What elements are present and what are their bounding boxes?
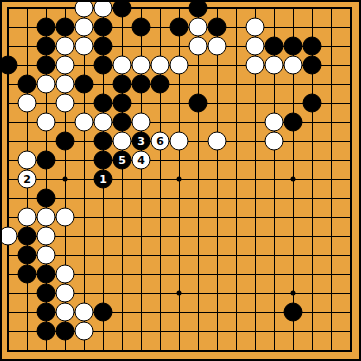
black-stone xyxy=(94,151,113,170)
white-stone xyxy=(56,303,75,322)
black-stone xyxy=(94,94,113,113)
grid-line-vertical xyxy=(236,8,237,351)
white-stone xyxy=(56,265,75,284)
black-stone xyxy=(94,303,113,322)
white-stone xyxy=(37,208,56,227)
black-stone-move-5: 5 xyxy=(113,151,132,170)
white-stone xyxy=(37,75,56,94)
white-stone xyxy=(18,208,37,227)
white-stone xyxy=(151,56,170,75)
black-stone xyxy=(170,18,189,37)
white-stone xyxy=(56,56,75,75)
black-stone xyxy=(37,56,56,75)
black-stone xyxy=(37,37,56,56)
black-stone xyxy=(303,37,322,56)
grid-line-horizontal xyxy=(8,255,351,256)
grid-line-vertical xyxy=(331,8,332,351)
white-stone xyxy=(94,113,113,132)
black-stone xyxy=(151,75,170,94)
black-stone xyxy=(94,37,113,56)
white-stone xyxy=(246,18,265,37)
black-stone xyxy=(208,18,227,37)
white-stone-move-4: 4 xyxy=(132,151,151,170)
black-stone xyxy=(284,37,303,56)
black-stone xyxy=(113,75,132,94)
white-stone xyxy=(189,37,208,56)
black-stone xyxy=(37,322,56,341)
black-stone xyxy=(37,303,56,322)
black-stone xyxy=(113,113,132,132)
white-stone xyxy=(75,37,94,56)
black-stone-move-3: 3 xyxy=(132,132,151,151)
white-stone xyxy=(265,113,284,132)
black-stone xyxy=(56,132,75,151)
white-stone xyxy=(56,37,75,56)
white-stone xyxy=(246,56,265,75)
black-stone xyxy=(94,132,113,151)
black-stone xyxy=(56,18,75,37)
black-stone xyxy=(94,18,113,37)
white-stone xyxy=(37,227,56,246)
white-stone xyxy=(132,56,151,75)
white-stone xyxy=(265,56,284,75)
white-stone xyxy=(75,322,94,341)
white-stone xyxy=(284,56,303,75)
white-stone xyxy=(56,75,75,94)
grid-line-horizontal xyxy=(8,198,351,199)
star-point xyxy=(177,177,182,182)
white-stone xyxy=(75,113,94,132)
white-stone xyxy=(56,94,75,113)
black-stone xyxy=(18,265,37,284)
black-stone xyxy=(37,18,56,37)
black-stone xyxy=(75,75,94,94)
star-point xyxy=(291,291,296,296)
white-stone xyxy=(170,132,189,151)
black-stone xyxy=(132,18,151,37)
black-stone xyxy=(37,151,56,170)
star-point xyxy=(63,177,68,182)
star-point xyxy=(177,291,182,296)
white-stone xyxy=(170,56,189,75)
black-stone xyxy=(18,75,37,94)
black-stone xyxy=(303,94,322,113)
black-stone xyxy=(284,303,303,322)
white-stone xyxy=(75,303,94,322)
white-stone-move-6: 6 xyxy=(151,132,170,151)
white-stone xyxy=(208,37,227,56)
white-stone xyxy=(265,132,284,151)
black-stone xyxy=(94,56,113,75)
black-stone xyxy=(18,246,37,265)
grid-line-vertical xyxy=(198,8,199,351)
white-stone xyxy=(189,18,208,37)
black-stone xyxy=(189,94,208,113)
white-stone xyxy=(37,113,56,132)
black-stone xyxy=(18,227,37,246)
black-stone xyxy=(37,189,56,208)
white-stone xyxy=(18,94,37,113)
star-point xyxy=(291,177,296,182)
black-stone xyxy=(303,56,322,75)
black-stone xyxy=(37,284,56,303)
white-stone xyxy=(113,56,132,75)
black-stone xyxy=(113,94,132,113)
black-stone xyxy=(284,113,303,132)
white-stone xyxy=(56,284,75,303)
white-stone-move-2: 2 xyxy=(18,170,37,189)
go-board-diagram: 365421 xyxy=(0,0,361,361)
black-stone xyxy=(56,322,75,341)
white-stone xyxy=(113,132,132,151)
black-stone xyxy=(37,265,56,284)
black-stone-move-1: 1 xyxy=(94,170,113,189)
grid-line-horizontal xyxy=(8,236,351,237)
white-stone xyxy=(37,246,56,265)
white-stone xyxy=(246,37,265,56)
white-stone xyxy=(75,18,94,37)
white-stone xyxy=(56,208,75,227)
white-stone xyxy=(132,113,151,132)
grid-line-vertical xyxy=(217,8,218,351)
white-stone xyxy=(18,151,37,170)
black-stone xyxy=(132,75,151,94)
black-stone xyxy=(265,37,284,56)
white-stone xyxy=(208,132,227,151)
